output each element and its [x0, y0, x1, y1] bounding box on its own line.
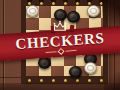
ribbon-divider: [45, 48, 76, 55]
wood-seam: [0, 77, 21, 78]
brass-stud: [100, 79, 103, 82]
brass-stud: [40, 2, 43, 5]
checkers-splash[interactable]: CHECKERS: [0, 0, 120, 90]
ribbon-crest-right: [70, 25, 75, 31]
brass-stud: [52, 79, 55, 82]
light-square: [101, 54, 103, 66]
brass-stud: [88, 79, 91, 82]
checker-piece-black: [67, 11, 80, 23]
brass-stud: [40, 79, 43, 82]
light-square: [39, 18, 52, 30]
dark-square: [39, 6, 52, 18]
diamond-ornament-icon: [57, 48, 64, 55]
dark-square: [51, 66, 64, 76]
divider-line: [65, 50, 76, 52]
brass-stud: [64, 2, 67, 5]
checker-piece-white: [87, 5, 100, 17]
divider-line: [45, 51, 56, 53]
brass-stud: [76, 2, 79, 5]
dark-square: [26, 18, 39, 30]
checker-piece-black: [54, 9, 67, 21]
brass-stud: [64, 79, 67, 82]
brass-stud: [28, 79, 31, 82]
brass-stud: [76, 79, 79, 82]
checker-piece-black: [69, 66, 82, 78]
checker-piece-white: [26, 5, 39, 17]
crown-icon: [52, 20, 68, 32]
dark-square: [26, 66, 39, 76]
bottom-shadow: [0, 83, 120, 90]
checker-piece-white: [84, 62, 97, 74]
dark-square: [101, 66, 103, 76]
brass-stud: [88, 2, 91, 5]
brass-stud: [28, 2, 31, 5]
brass-stud: [52, 2, 55, 5]
